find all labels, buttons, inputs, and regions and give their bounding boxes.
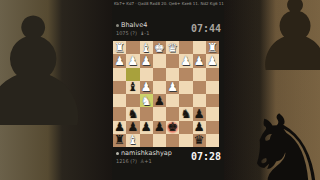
square-e4[interactable] [153,81,166,94]
piece-white-knight[interactable]: ♞ [141,95,152,107]
player-top-rating: 1075 (?) [116,30,137,36]
square-c8[interactable] [179,134,192,147]
square-a4[interactable] [206,81,219,94]
square-e1[interactable]: ♚ [153,41,166,54]
square-c7[interactable] [179,121,192,134]
background-panel-left: ♟ [0,0,112,180]
square-g5[interactable] [126,94,139,107]
square-a8[interactable] [206,134,219,147]
square-f2[interactable]: ♟ [140,54,153,67]
piece-white-pawn[interactable]: ♟ [180,55,191,67]
piece-black-queen[interactable]: ♛ [194,134,205,146]
piece-white-pawn[interactable]: ♟ [167,81,178,93]
square-e3[interactable] [153,68,166,81]
player-top-name: Bhalve4 [121,22,147,29]
square-b5[interactable] [193,94,206,107]
square-b3[interactable] [193,68,206,81]
square-a2[interactable]: ♟ [206,54,219,67]
square-c2[interactable]: ♟ [179,54,192,67]
piece-white-king[interactable]: ♚ [154,42,165,54]
square-h7[interactable]: ♟ [113,121,126,134]
player-bottom-name: namishkashyap [121,150,172,157]
online-indicator-icon [116,24,119,27]
square-d8[interactable] [166,134,179,147]
square-h5[interactable] [113,94,126,107]
square-f7[interactable]: ♟ [140,121,153,134]
piece-black-pawn[interactable]: ♟ [141,121,152,133]
square-b6[interactable]: ♟ [193,107,206,120]
piece-white-pawn[interactable]: ♟ [141,55,152,67]
square-f8[interactable] [140,134,153,147]
piece-white-pawn[interactable]: ♟ [114,55,125,67]
square-d3[interactable] [166,68,179,81]
piece-white-pawn[interactable]: ♟ [127,55,138,67]
piece-black-pawn[interactable]: ♟ [114,121,125,133]
piece-black-bishop[interactable]: ♝ [127,81,138,93]
square-a5[interactable] [206,94,219,107]
piece-white-pawn[interactable]: ♟ [194,55,205,67]
background-pawn-icon: ♟ [250,0,320,86]
square-d5[interactable] [166,94,179,107]
piece-white-rook[interactable]: ♜ [207,42,218,54]
square-g1[interactable] [126,41,139,54]
square-c5[interactable] [179,94,192,107]
piece-white-pawn[interactable]: ♟ [141,81,152,93]
square-e2[interactable] [153,54,166,67]
square-d7[interactable]: ♚ [166,121,179,134]
square-b8[interactable]: ♛ [193,134,206,147]
piece-white-bishop[interactable]: ♝ [127,134,138,146]
square-d1[interactable]: ♛ [166,41,179,54]
piece-black-pawn[interactable]: ♟ [154,95,165,107]
square-d6[interactable] [166,107,179,120]
clock-top: 07:44 [191,23,221,34]
square-c6[interactable]: ♞ [179,107,192,120]
move-list[interactable]: Kb7+ Kd7 · Qxd8 Rxd8 20. Qe6+ Kxe6 11. N… [112,0,224,9]
piece-black-king[interactable]: ♚ [167,121,178,133]
online-indicator-icon [116,152,119,155]
square-e7[interactable]: ♟ [153,121,166,134]
square-g7[interactable]: ♟ [126,121,139,134]
piece-black-rook[interactable]: ♜ [114,134,125,146]
piece-black-pawn[interactable]: ♟ [154,121,165,133]
square-c1[interactable] [179,41,192,54]
square-h3[interactable] [113,68,126,81]
square-g8[interactable]: ♝ [126,134,139,147]
square-f5[interactable]: ♞ [140,94,153,107]
square-f3[interactable] [140,68,153,81]
piece-black-pawn[interactable]: ♟ [194,108,205,120]
square-b1[interactable] [193,41,206,54]
square-e8[interactable] [153,134,166,147]
square-e6[interactable] [153,107,166,120]
piece-white-queen[interactable]: ♛ [167,42,178,54]
square-h2[interactable]: ♟ [113,54,126,67]
square-g6[interactable]: ♞ [126,107,139,120]
piece-white-pawn[interactable]: ♟ [207,55,218,67]
square-e5[interactable]: ♟ [153,94,166,107]
square-h8[interactable]: ♜ [113,134,126,147]
piece-white-rook[interactable]: ♜ [114,42,125,54]
square-g4[interactable]: ♝ [126,81,139,94]
square-d4[interactable]: ♟ [166,81,179,94]
background-pawn-icon: ♟ [0,0,100,148]
piece-white-bishop[interactable]: ♝ [141,42,152,54]
piece-black-pawn[interactable]: ♟ [127,121,138,133]
square-d2[interactable] [166,54,179,67]
square-f6[interactable] [140,107,153,120]
piece-black-pawn[interactable]: ♟ [194,121,205,133]
player-bottom-rating: 1216 (?) [116,158,137,164]
square-c4[interactable] [179,81,192,94]
square-f1[interactable]: ♝ [140,41,153,54]
square-c3[interactable] [179,68,192,81]
background-knight-icon: ♞ [237,99,320,180]
square-h6[interactable] [113,107,126,120]
clock-bottom: 07:28 [191,151,221,162]
square-g3[interactable] [126,68,139,81]
square-h1[interactable]: ♜ [113,41,126,54]
square-b4[interactable] [193,81,206,94]
piece-black-knight[interactable]: ♞ [180,108,191,120]
square-a1[interactable]: ♜ [206,41,219,54]
square-g2[interactable]: ♟ [126,54,139,67]
background-panel-right: ♟ ♞ [224,0,320,180]
square-a7[interactable] [206,121,219,134]
player-top-material: ♝-1 [140,30,149,36]
piece-black-knight[interactable]: ♞ [127,108,138,120]
player-bottom-material: ♙+1 [140,158,152,164]
square-f4[interactable]: ♟ [140,81,153,94]
square-a6[interactable] [206,107,219,120]
square-b7[interactable]: ♟ [193,121,206,134]
chess-board: ♜♝♚♛♜♟♟♟♟♟♟♝♟♟♞♟♞♞♟♟♟♟♟♚♟♜♝♛ [113,41,219,147]
square-h4[interactable] [113,81,126,94]
square-b2[interactable]: ♟ [193,54,206,67]
square-a3[interactable] [206,68,219,81]
chess-app-screen: Kb7+ Kd7 · Qxd8 Rxd8 20. Qe6+ Kxe6 11. N… [112,0,224,180]
